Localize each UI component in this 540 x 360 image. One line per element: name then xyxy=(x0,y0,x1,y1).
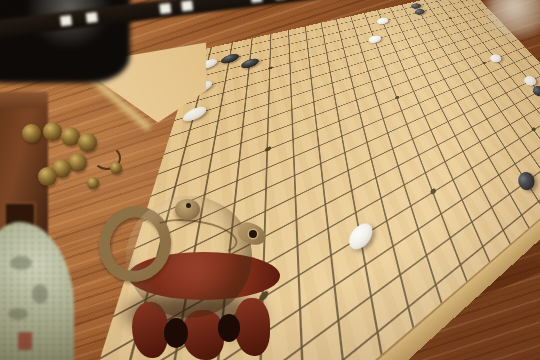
teapot-spout-opening xyxy=(249,230,257,238)
white-inlay-tile xyxy=(159,3,171,14)
prayer-bead xyxy=(78,133,97,152)
white-inlay-tile xyxy=(251,0,263,3)
star-point xyxy=(268,66,273,70)
prayer-bead xyxy=(43,122,62,141)
black-stone xyxy=(531,84,540,98)
white-stone xyxy=(348,219,375,254)
white-stone xyxy=(522,75,538,88)
white-stone xyxy=(181,105,207,124)
black-stone xyxy=(413,8,426,15)
white-stone xyxy=(488,53,503,64)
teapot-knob-hole xyxy=(186,203,191,208)
prayer-bead-counter xyxy=(110,162,122,174)
star-point xyxy=(531,127,537,132)
photo-scene xyxy=(0,0,540,360)
stand-top-slab xyxy=(0,92,48,108)
star-point xyxy=(449,17,453,19)
white-stone xyxy=(368,34,383,44)
white-inlay-tile xyxy=(181,0,193,11)
black-stone xyxy=(410,3,422,10)
black-stone xyxy=(220,52,239,65)
star-point xyxy=(373,38,377,41)
star-point xyxy=(395,95,400,99)
black-stone xyxy=(241,57,259,70)
stand-opening xyxy=(218,314,240,342)
white-inlay-tile xyxy=(60,15,72,26)
star-point xyxy=(482,61,486,64)
jar-marking xyxy=(10,256,32,270)
jar-marking xyxy=(8,308,28,320)
jar-marking xyxy=(32,284,48,304)
prayer-bead xyxy=(22,124,41,143)
jar-red-seal xyxy=(18,332,32,350)
stand-opening xyxy=(164,318,188,348)
prayer-bead xyxy=(38,167,57,186)
star-point xyxy=(265,146,271,153)
white-stone xyxy=(376,17,389,25)
star-point xyxy=(430,187,437,195)
white-inlay-tile xyxy=(86,12,98,23)
prayer-bead-counter xyxy=(87,177,99,189)
black-stone xyxy=(515,169,538,194)
